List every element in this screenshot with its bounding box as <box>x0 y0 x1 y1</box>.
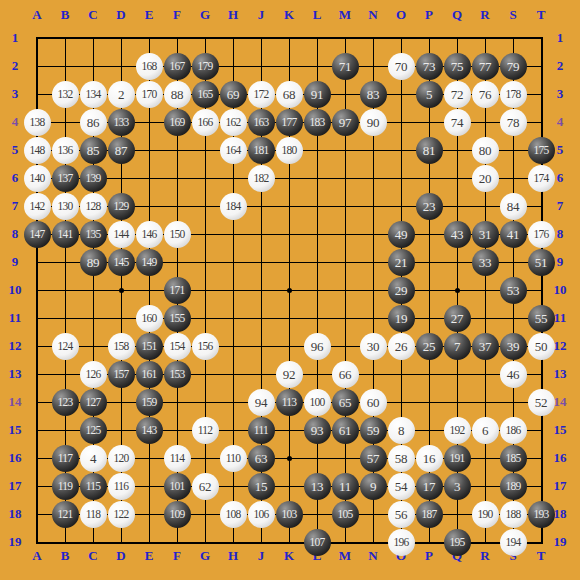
move-number: 178 <box>500 81 527 108</box>
stone-E9-move-149[interactable]: 149 <box>136 249 163 276</box>
stone-O2-move-70[interactable]: 70 <box>388 53 415 80</box>
stone-G3-move-165[interactable]: 165 <box>192 81 219 108</box>
stone-R6-move-20[interactable]: 20 <box>472 165 499 192</box>
stone-L14-move-100[interactable]: 100 <box>304 389 331 416</box>
move-number: 193 <box>528 501 555 528</box>
row-label-left-11: 11 <box>0 310 30 326</box>
stone-S4-move-78[interactable]: 78 <box>500 109 527 136</box>
stone-C5-move-85[interactable]: 85 <box>80 137 107 164</box>
stone-D5-move-87[interactable]: 87 <box>108 137 135 164</box>
move-number: 84 <box>500 193 527 220</box>
stone-S10-move-53[interactable]: 53 <box>500 277 527 304</box>
col-label-top-L: L <box>303 7 331 23</box>
move-number: 128 <box>80 193 107 220</box>
stone-F12-move-154[interactable]: 154 <box>164 333 191 360</box>
stone-M15-move-61[interactable]: 61 <box>332 417 359 444</box>
stone-F10-move-171[interactable]: 171 <box>164 277 191 304</box>
move-number: 142 <box>24 193 51 220</box>
move-number: 187 <box>416 501 443 528</box>
move-number: 184 <box>220 193 247 220</box>
stone-C7-move-128[interactable]: 128 <box>80 193 107 220</box>
move-number: 161 <box>136 361 163 388</box>
move-number: 76 <box>472 81 499 108</box>
go-board[interactable]: ABCDEFGHJKLMNOPQRST ABCDEFGHJKLMNOPQRST … <box>0 0 580 580</box>
stone-R3-move-76[interactable]: 76 <box>472 81 499 108</box>
stone-D12-move-158[interactable]: 158 <box>108 333 135 360</box>
stone-T12-move-50[interactable]: 50 <box>528 333 555 360</box>
move-number: 26 <box>388 333 415 360</box>
stone-S16-move-185[interactable]: 185 <box>500 445 527 472</box>
stone-K5-move-180[interactable]: 180 <box>276 137 303 164</box>
stone-Q19-move-195[interactable]: 195 <box>444 529 471 556</box>
row-label-left-16: 16 <box>0 450 30 466</box>
stone-O11-move-19[interactable]: 19 <box>388 305 415 332</box>
col-label-top-R: R <box>471 7 499 23</box>
stone-B18-move-121[interactable]: 121 <box>52 501 79 528</box>
move-number: 163 <box>248 109 275 136</box>
stone-E13-move-161[interactable]: 161 <box>136 361 163 388</box>
stone-K13-move-92[interactable]: 92 <box>276 361 303 388</box>
move-number: 41 <box>500 221 527 248</box>
move-number: 11 <box>332 473 359 500</box>
move-number: 70 <box>388 53 415 80</box>
move-number: 25 <box>416 333 443 360</box>
stone-Q17-move-3[interactable]: 3 <box>444 473 471 500</box>
stone-L17-move-13[interactable]: 13 <box>304 473 331 500</box>
move-number: 66 <box>332 361 359 388</box>
row-label-right-1: 1 <box>544 30 576 46</box>
move-number: 73 <box>416 53 443 80</box>
stone-D17-move-116[interactable]: 116 <box>108 473 135 500</box>
move-number: 19 <box>388 305 415 332</box>
stone-R9-move-33[interactable]: 33 <box>472 249 499 276</box>
col-label-bottom-T: T <box>527 548 555 564</box>
stone-A4-move-138[interactable]: 138 <box>24 109 51 136</box>
move-number: 196 <box>388 529 415 556</box>
move-number: 191 <box>444 445 471 472</box>
stone-O8-move-49[interactable]: 49 <box>388 221 415 248</box>
stone-C3-move-134[interactable]: 134 <box>80 81 107 108</box>
col-label-top-A: A <box>23 7 51 23</box>
move-number: 87 <box>108 137 135 164</box>
stone-E8-move-146[interactable]: 146 <box>136 221 163 248</box>
move-number: 75 <box>444 53 471 80</box>
move-number: 63 <box>248 445 275 472</box>
move-number: 143 <box>136 417 163 444</box>
stone-S17-move-189[interactable]: 189 <box>500 473 527 500</box>
stone-F8-move-150[interactable]: 150 <box>164 221 191 248</box>
stone-O9-move-21[interactable]: 21 <box>388 249 415 276</box>
move-number: 174 <box>528 165 555 192</box>
stone-C15-move-125[interactable]: 125 <box>80 417 107 444</box>
move-number: 166 <box>192 109 219 136</box>
stone-F11-move-155[interactable]: 155 <box>164 305 191 332</box>
col-label-top-C: C <box>79 7 107 23</box>
move-number: 56 <box>388 501 415 528</box>
stone-H7-move-184[interactable]: 184 <box>220 193 247 220</box>
stone-O10-move-29[interactable]: 29 <box>388 277 415 304</box>
stone-C9-move-89[interactable]: 89 <box>80 249 107 276</box>
stone-T18-move-193[interactable]: 193 <box>528 501 555 528</box>
row-label-left-18: 18 <box>0 506 30 522</box>
stone-L19-move-107[interactable]: 107 <box>304 529 331 556</box>
row-label-left-13: 13 <box>0 366 30 382</box>
stone-R15-move-6[interactable]: 6 <box>472 417 499 444</box>
stone-M2-move-71[interactable]: 71 <box>332 53 359 80</box>
stone-A7-move-142[interactable]: 142 <box>24 193 51 220</box>
stone-L4-move-183[interactable]: 183 <box>304 109 331 136</box>
move-number: 62 <box>192 473 219 500</box>
move-number: 109 <box>164 501 191 528</box>
stone-G2-move-179[interactable]: 179 <box>192 53 219 80</box>
stone-T9-move-51[interactable]: 51 <box>528 249 555 276</box>
move-number: 50 <box>528 333 555 360</box>
stone-B14-move-123[interactable]: 123 <box>52 389 79 416</box>
stone-K3-move-68[interactable]: 68 <box>276 81 303 108</box>
stone-J15-move-111[interactable]: 111 <box>248 417 275 444</box>
stone-F16-move-114[interactable]: 114 <box>164 445 191 472</box>
star-point-K16 <box>287 456 292 461</box>
stone-O19-move-196[interactable]: 196 <box>388 529 415 556</box>
stone-D9-move-145[interactable]: 145 <box>108 249 135 276</box>
col-label-bottom-R: R <box>471 548 499 564</box>
row-label-right-7: 7 <box>544 198 576 214</box>
stone-F2-move-167[interactable]: 167 <box>164 53 191 80</box>
stone-G4-move-166[interactable]: 166 <box>192 109 219 136</box>
move-number: 113 <box>276 389 303 416</box>
stone-H4-move-162[interactable]: 162 <box>220 109 247 136</box>
row-label-right-15: 15 <box>544 422 576 438</box>
stone-N4-move-90[interactable]: 90 <box>360 109 387 136</box>
row-label-right-10: 10 <box>544 282 576 298</box>
stone-M13-move-66[interactable]: 66 <box>332 361 359 388</box>
stone-N15-move-59[interactable]: 59 <box>360 417 387 444</box>
stone-C18-move-118[interactable]: 118 <box>80 501 107 528</box>
stone-C13-move-126[interactable]: 126 <box>80 361 107 388</box>
stone-K14-move-113[interactable]: 113 <box>276 389 303 416</box>
stone-L15-move-93[interactable]: 93 <box>304 417 331 444</box>
stone-A6-move-140[interactable]: 140 <box>24 165 51 192</box>
move-number: 158 <box>108 333 135 360</box>
stone-Q12-move-7[interactable]: 7 <box>444 333 471 360</box>
move-number: 167 <box>164 53 191 80</box>
stone-S3-move-178[interactable]: 178 <box>500 81 527 108</box>
stone-C14-move-127[interactable]: 127 <box>80 389 107 416</box>
star-point-D10 <box>119 288 124 293</box>
col-label-top-K: K <box>275 7 303 23</box>
move-number: 183 <box>304 109 331 136</box>
stone-S13-move-46[interactable]: 46 <box>500 361 527 388</box>
stone-J18-move-106[interactable]: 106 <box>248 501 275 528</box>
move-number: 49 <box>388 221 415 248</box>
stone-S2-move-79[interactable]: 79 <box>500 53 527 80</box>
move-number: 136 <box>52 137 79 164</box>
stone-P5-move-81[interactable]: 81 <box>416 137 443 164</box>
move-number: 33 <box>472 249 499 276</box>
stone-N12-move-30[interactable]: 30 <box>360 333 387 360</box>
stone-T8-move-176[interactable]: 176 <box>528 221 555 248</box>
stone-L12-move-96[interactable]: 96 <box>304 333 331 360</box>
move-number: 188 <box>500 501 527 528</box>
move-number: 94 <box>248 389 275 416</box>
stone-R18-move-190[interactable]: 190 <box>472 501 499 528</box>
move-number: 85 <box>80 137 107 164</box>
stone-Q2-move-75[interactable]: 75 <box>444 53 471 80</box>
move-number: 77 <box>472 53 499 80</box>
stone-R5-move-80[interactable]: 80 <box>472 137 499 164</box>
stone-P17-move-17[interactable]: 17 <box>416 473 443 500</box>
move-number: 170 <box>136 81 163 108</box>
stone-Q11-move-27[interactable]: 27 <box>444 305 471 332</box>
stone-R12-move-37[interactable]: 37 <box>472 333 499 360</box>
stone-D3-move-2[interactable]: 2 <box>108 81 135 108</box>
col-label-bottom-M: M <box>331 548 359 564</box>
move-number: 61 <box>332 417 359 444</box>
move-number: 97 <box>332 109 359 136</box>
stone-J6-move-182[interactable]: 182 <box>248 165 275 192</box>
stone-D8-move-144[interactable]: 144 <box>108 221 135 248</box>
stone-T5-move-175[interactable]: 175 <box>528 137 555 164</box>
move-number: 138 <box>24 109 51 136</box>
stone-B5-move-136[interactable]: 136 <box>52 137 79 164</box>
stone-P16-move-16[interactable]: 16 <box>416 445 443 472</box>
stone-N3-move-83[interactable]: 83 <box>360 81 387 108</box>
move-number: 190 <box>472 501 499 528</box>
stone-E14-move-159[interactable]: 159 <box>136 389 163 416</box>
move-number: 55 <box>528 305 555 332</box>
stone-A5-move-148[interactable]: 148 <box>24 137 51 164</box>
col-label-top-O: O <box>387 7 415 23</box>
move-number: 129 <box>108 193 135 220</box>
move-number: 29 <box>388 277 415 304</box>
move-number: 186 <box>500 417 527 444</box>
col-label-bottom-B: B <box>51 548 79 564</box>
move-number: 112 <box>192 417 219 444</box>
col-label-top-T: T <box>527 7 555 23</box>
col-label-top-S: S <box>499 7 527 23</box>
stone-Q8-move-43[interactable]: 43 <box>444 221 471 248</box>
move-number: 171 <box>164 277 191 304</box>
move-number: 3 <box>444 473 471 500</box>
stone-M18-move-105[interactable]: 105 <box>332 501 359 528</box>
stone-G12-move-156[interactable]: 156 <box>192 333 219 360</box>
col-label-top-P: P <box>415 7 443 23</box>
move-number: 9 <box>360 473 387 500</box>
move-number: 23 <box>416 193 443 220</box>
stone-J17-move-15[interactable]: 15 <box>248 473 275 500</box>
stone-Q15-move-192[interactable]: 192 <box>444 417 471 444</box>
stone-B6-move-137[interactable]: 137 <box>52 165 79 192</box>
stone-T14-move-52[interactable]: 52 <box>528 389 555 416</box>
col-label-bottom-E: E <box>135 548 163 564</box>
stone-O18-move-56[interactable]: 56 <box>388 501 415 528</box>
stone-J5-move-181[interactable]: 181 <box>248 137 275 164</box>
stone-N16-move-57[interactable]: 57 <box>360 445 387 472</box>
stone-P18-move-187[interactable]: 187 <box>416 501 443 528</box>
move-number: 57 <box>360 445 387 472</box>
row-label-left-12: 12 <box>0 338 30 354</box>
row-label-right-19: 19 <box>544 534 576 550</box>
stone-J4-move-163[interactable]: 163 <box>248 109 275 136</box>
stone-H5-move-164[interactable]: 164 <box>220 137 247 164</box>
move-number: 107 <box>304 529 331 556</box>
row-label-left-1: 1 <box>0 30 30 46</box>
col-label-bottom-A: A <box>23 548 51 564</box>
stone-C8-move-135[interactable]: 135 <box>80 221 107 248</box>
stone-E2-move-168[interactable]: 168 <box>136 53 163 80</box>
move-number: 78 <box>500 109 527 136</box>
stone-L3-move-91[interactable]: 91 <box>304 81 331 108</box>
stone-H3-move-69[interactable]: 69 <box>220 81 247 108</box>
stone-D18-move-122[interactable]: 122 <box>108 501 135 528</box>
col-label-top-D: D <box>107 7 135 23</box>
col-label-top-Q: Q <box>443 7 471 23</box>
row-label-left-15: 15 <box>0 422 30 438</box>
move-number: 147 <box>24 221 51 248</box>
move-number: 2 <box>108 81 135 108</box>
move-number: 195 <box>444 529 471 556</box>
move-number: 133 <box>108 109 135 136</box>
stone-E3-move-170[interactable]: 170 <box>136 81 163 108</box>
stone-O16-move-58[interactable]: 58 <box>388 445 415 472</box>
stone-M4-move-97[interactable]: 97 <box>332 109 359 136</box>
move-number: 146 <box>136 221 163 248</box>
stone-J3-move-172[interactable]: 172 <box>248 81 275 108</box>
col-label-top-F: F <box>163 7 191 23</box>
stone-P2-move-73[interactable]: 73 <box>416 53 443 80</box>
col-label-top-M: M <box>331 7 359 23</box>
stone-A8-move-147[interactable]: 147 <box>24 221 51 248</box>
stone-D7-move-129[interactable]: 129 <box>108 193 135 220</box>
move-number: 52 <box>528 389 555 416</box>
star-point-Q10 <box>455 288 460 293</box>
move-number: 153 <box>164 361 191 388</box>
stone-H18-move-108[interactable]: 108 <box>220 501 247 528</box>
move-number: 185 <box>500 445 527 472</box>
stone-J14-move-94[interactable]: 94 <box>248 389 275 416</box>
stone-G17-move-62[interactable]: 62 <box>192 473 219 500</box>
move-number: 119 <box>52 473 79 500</box>
stone-G15-move-112[interactable]: 112 <box>192 417 219 444</box>
col-label-top-B: B <box>51 7 79 23</box>
stone-F13-move-153[interactable]: 153 <box>164 361 191 388</box>
stone-F4-move-169[interactable]: 169 <box>164 109 191 136</box>
stone-F17-move-101[interactable]: 101 <box>164 473 191 500</box>
stone-R2-move-77[interactable]: 77 <box>472 53 499 80</box>
stone-M17-move-11[interactable]: 11 <box>332 473 359 500</box>
stone-E12-move-151[interactable]: 151 <box>136 333 163 360</box>
stone-E11-move-160[interactable]: 160 <box>136 305 163 332</box>
move-number: 90 <box>360 109 387 136</box>
stone-D13-move-157[interactable]: 157 <box>108 361 135 388</box>
col-label-bottom-H: H <box>219 548 247 564</box>
stone-C17-move-115[interactable]: 115 <box>80 473 107 500</box>
row-label-left-10: 10 <box>0 282 30 298</box>
stone-R8-move-31[interactable]: 31 <box>472 221 499 248</box>
stone-C16-move-4[interactable]: 4 <box>80 445 107 472</box>
stone-C4-move-86[interactable]: 86 <box>80 109 107 136</box>
stone-B7-move-130[interactable]: 130 <box>52 193 79 220</box>
move-number: 93 <box>304 417 331 444</box>
stone-S19-move-194[interactable]: 194 <box>500 529 527 556</box>
col-label-top-E: E <box>135 7 163 23</box>
move-number: 169 <box>164 109 191 136</box>
stone-J16-move-63[interactable]: 63 <box>248 445 275 472</box>
star-point-K10 <box>287 288 292 293</box>
stone-P7-move-23[interactable]: 23 <box>416 193 443 220</box>
stone-M14-move-65[interactable]: 65 <box>332 389 359 416</box>
stone-S7-move-84[interactable]: 84 <box>500 193 527 220</box>
stone-C6-move-139[interactable]: 139 <box>80 165 107 192</box>
move-number: 123 <box>52 389 79 416</box>
row-label-left-19: 19 <box>0 534 30 550</box>
stone-Q4-move-74[interactable]: 74 <box>444 109 471 136</box>
stone-Q3-move-72[interactable]: 72 <box>444 81 471 108</box>
move-number: 89 <box>80 249 107 276</box>
stone-F3-move-88[interactable]: 88 <box>164 81 191 108</box>
stone-B8-move-141[interactable]: 141 <box>52 221 79 248</box>
stone-O12-move-26[interactable]: 26 <box>388 333 415 360</box>
stone-P3-move-5[interactable]: 5 <box>416 81 443 108</box>
stone-H16-move-110[interactable]: 110 <box>220 445 247 472</box>
stone-B17-move-119[interactable]: 119 <box>52 473 79 500</box>
move-number: 168 <box>136 53 163 80</box>
row-label-right-3: 3 <box>544 86 576 102</box>
stone-E15-move-143[interactable]: 143 <box>136 417 163 444</box>
stone-Q16-move-191[interactable]: 191 <box>444 445 471 472</box>
stone-S15-move-186[interactable]: 186 <box>500 417 527 444</box>
move-number: 106 <box>248 501 275 528</box>
stone-N14-move-60[interactable]: 60 <box>360 389 387 416</box>
stone-F18-move-109[interactable]: 109 <box>164 501 191 528</box>
move-number: 155 <box>164 305 191 332</box>
move-number: 110 <box>220 445 247 472</box>
move-number: 141 <box>52 221 79 248</box>
stone-P12-move-25[interactable]: 25 <box>416 333 443 360</box>
row-label-right-13: 13 <box>544 366 576 382</box>
move-number: 140 <box>24 165 51 192</box>
stone-B12-move-124[interactable]: 124 <box>52 333 79 360</box>
col-label-bottom-D: D <box>107 548 135 564</box>
col-label-bottom-J: J <box>247 548 275 564</box>
stone-D4-move-133[interactable]: 133 <box>108 109 135 136</box>
stone-K4-move-177[interactable]: 177 <box>276 109 303 136</box>
move-number: 164 <box>220 137 247 164</box>
stone-T11-move-55[interactable]: 55 <box>528 305 555 332</box>
move-number: 20 <box>472 165 499 192</box>
row-label-left-17: 17 <box>0 478 30 494</box>
move-number: 17 <box>416 473 443 500</box>
move-number: 179 <box>192 53 219 80</box>
move-number: 72 <box>444 81 471 108</box>
stone-S12-move-39[interactable]: 39 <box>500 333 527 360</box>
move-number: 165 <box>192 81 219 108</box>
stone-B16-move-117[interactable]: 117 <box>52 445 79 472</box>
stone-N17-move-9[interactable]: 9 <box>360 473 387 500</box>
stone-O15-move-8[interactable]: 8 <box>388 417 415 444</box>
move-number: 100 <box>304 389 331 416</box>
stone-T6-move-174[interactable]: 174 <box>528 165 555 192</box>
stone-K18-move-103[interactable]: 103 <box>276 501 303 528</box>
stone-S18-move-188[interactable]: 188 <box>500 501 527 528</box>
stone-B3-move-132[interactable]: 132 <box>52 81 79 108</box>
move-number: 157 <box>108 361 135 388</box>
stone-S8-move-41[interactable]: 41 <box>500 221 527 248</box>
stone-D16-move-120[interactable]: 120 <box>108 445 135 472</box>
col-label-bottom-C: C <box>79 548 107 564</box>
stone-O17-move-54[interactable]: 54 <box>388 473 415 500</box>
move-number: 27 <box>444 305 471 332</box>
